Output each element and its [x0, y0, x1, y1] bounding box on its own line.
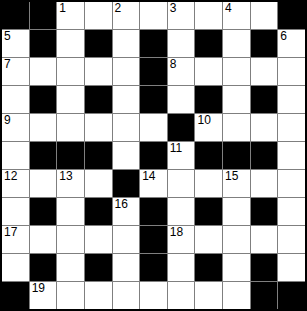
- black-cell: [168, 114, 195, 141]
- black-cell: [195, 142, 222, 169]
- black-cell: [195, 198, 222, 225]
- white-cell[interactable]: [140, 114, 167, 141]
- clue-number: 3: [170, 2, 177, 15]
- clue-number: 2: [115, 2, 122, 15]
- black-cell: [30, 30, 57, 57]
- white-cell[interactable]: [251, 2, 278, 29]
- clue-number: 10: [197, 114, 210, 127]
- white-cell[interactable]: 17: [2, 226, 29, 253]
- white-cell[interactable]: [85, 114, 112, 141]
- white-cell[interactable]: [278, 142, 305, 169]
- black-cell: [140, 254, 167, 281]
- white-cell[interactable]: [278, 226, 305, 253]
- white-cell[interactable]: 3: [168, 2, 195, 29]
- white-cell[interactable]: 11: [168, 142, 195, 169]
- black-cell: [251, 282, 278, 309]
- white-cell[interactable]: [168, 170, 195, 197]
- black-cell: [85, 142, 112, 169]
- white-cell[interactable]: [85, 282, 112, 309]
- white-cell[interactable]: [251, 170, 278, 197]
- white-cell[interactable]: [195, 2, 222, 29]
- white-cell[interactable]: [251, 58, 278, 85]
- clue-number: 7: [4, 58, 11, 71]
- clue-number: 5: [4, 30, 11, 43]
- white-cell[interactable]: [57, 86, 84, 113]
- clue-number: 1: [59, 2, 66, 15]
- white-cell[interactable]: [113, 30, 140, 57]
- white-cell[interactable]: [113, 282, 140, 309]
- clue-number: 13: [59, 170, 72, 183]
- clue-number: 12: [4, 170, 17, 183]
- clue-number: 14: [142, 170, 155, 183]
- white-cell[interactable]: 7: [2, 58, 29, 85]
- black-cell: [30, 254, 57, 281]
- white-cell[interactable]: [57, 114, 84, 141]
- white-cell[interactable]: [278, 254, 305, 281]
- white-cell[interactable]: [113, 114, 140, 141]
- black-cell: [85, 30, 112, 57]
- white-cell[interactable]: [85, 170, 112, 197]
- clue-number: 9: [4, 114, 11, 127]
- clue-number: 16: [115, 198, 128, 211]
- white-cell[interactable]: 5: [2, 30, 29, 57]
- white-cell[interactable]: [113, 142, 140, 169]
- black-cell: [85, 198, 112, 225]
- white-cell[interactable]: 4: [223, 2, 250, 29]
- white-cell[interactable]: [140, 2, 167, 29]
- white-cell[interactable]: [57, 30, 84, 57]
- black-cell: [2, 282, 29, 309]
- black-cell: [195, 86, 222, 113]
- black-cell: [278, 2, 305, 29]
- white-cell[interactable]: [168, 282, 195, 309]
- white-cell[interactable]: 10: [195, 114, 222, 141]
- black-cell: [113, 170, 140, 197]
- black-cell: [278, 282, 305, 309]
- white-cell[interactable]: [168, 86, 195, 113]
- white-cell[interactable]: 2: [113, 2, 140, 29]
- white-cell[interactable]: [30, 114, 57, 141]
- black-cell: [195, 254, 222, 281]
- white-cell[interactable]: [57, 254, 84, 281]
- white-cell[interactable]: [57, 282, 84, 309]
- white-cell[interactable]: [223, 198, 250, 225]
- black-cell: [251, 254, 278, 281]
- white-cell[interactable]: [223, 86, 250, 113]
- black-cell: [30, 2, 57, 29]
- white-cell[interactable]: [30, 226, 57, 253]
- white-cell[interactable]: 18: [168, 226, 195, 253]
- white-cell[interactable]: [30, 170, 57, 197]
- black-cell: [140, 142, 167, 169]
- white-cell[interactable]: [168, 30, 195, 57]
- black-cell: [223, 142, 250, 169]
- crossword-grid: 12345678910111213141516171819: [0, 0, 307, 311]
- white-cell[interactable]: [2, 142, 29, 169]
- white-cell[interactable]: 15: [223, 170, 250, 197]
- white-cell[interactable]: [195, 58, 222, 85]
- white-cell[interactable]: 14: [140, 170, 167, 197]
- white-cell[interactable]: [57, 226, 84, 253]
- clue-number: 19: [32, 282, 45, 295]
- white-cell[interactable]: [57, 198, 84, 225]
- white-cell[interactable]: [223, 226, 250, 253]
- black-cell: [30, 86, 57, 113]
- clue-number: 8: [170, 58, 177, 71]
- white-cell[interactable]: 19: [30, 282, 57, 309]
- white-cell[interactable]: [251, 226, 278, 253]
- black-cell: [251, 86, 278, 113]
- white-cell[interactable]: [223, 30, 250, 57]
- white-cell[interactable]: [223, 282, 250, 309]
- clue-number: 4: [225, 2, 232, 15]
- black-cell: [140, 30, 167, 57]
- black-cell: [57, 142, 84, 169]
- white-cell[interactable]: [85, 2, 112, 29]
- white-cell[interactable]: [2, 86, 29, 113]
- black-cell: [251, 142, 278, 169]
- white-cell[interactable]: [223, 58, 250, 85]
- white-cell[interactable]: [113, 226, 140, 253]
- white-cell[interactable]: [85, 226, 112, 253]
- black-cell: [140, 198, 167, 225]
- clue-number: 17: [4, 226, 17, 239]
- white-cell[interactable]: [223, 254, 250, 281]
- black-cell: [140, 58, 167, 85]
- white-cell[interactable]: 1: [57, 2, 84, 29]
- white-cell[interactable]: [113, 86, 140, 113]
- white-cell[interactable]: 6: [278, 30, 305, 57]
- white-cell[interactable]: 9: [2, 114, 29, 141]
- white-cell[interactable]: [140, 282, 167, 309]
- white-cell[interactable]: [168, 198, 195, 225]
- white-cell[interactable]: 8: [168, 58, 195, 85]
- white-cell[interactable]: [251, 114, 278, 141]
- white-cell[interactable]: [168, 254, 195, 281]
- clue-number: 6: [280, 30, 287, 43]
- white-cell[interactable]: [2, 254, 29, 281]
- white-cell[interactable]: [278, 86, 305, 113]
- black-cell: [251, 30, 278, 57]
- white-cell[interactable]: [85, 58, 112, 85]
- white-cell[interactable]: [113, 254, 140, 281]
- white-cell[interactable]: [195, 170, 222, 197]
- black-cell: [2, 2, 29, 29]
- white-cell[interactable]: [57, 58, 84, 85]
- black-cell: [195, 30, 222, 57]
- white-cell[interactable]: [278, 58, 305, 85]
- clue-number: 18: [170, 226, 183, 239]
- white-cell[interactable]: [278, 114, 305, 141]
- black-cell: [85, 254, 112, 281]
- white-cell[interactable]: [278, 198, 305, 225]
- black-cell: [140, 226, 167, 253]
- clue-number: 11: [170, 142, 182, 155]
- white-cell[interactable]: [223, 114, 250, 141]
- black-cell: [30, 142, 57, 169]
- black-cell: [85, 86, 112, 113]
- white-cell[interactable]: [2, 198, 29, 225]
- white-cell[interactable]: 12: [2, 170, 29, 197]
- white-cell[interactable]: 13: [57, 170, 84, 197]
- white-cell[interactable]: [278, 170, 305, 197]
- black-cell: [30, 198, 57, 225]
- white-cell[interactable]: [195, 282, 222, 309]
- white-cell[interactable]: 16: [113, 198, 140, 225]
- white-cell[interactable]: [113, 58, 140, 85]
- white-cell[interactable]: [30, 58, 57, 85]
- clue-number: 15: [225, 170, 238, 183]
- white-cell[interactable]: [195, 226, 222, 253]
- black-cell: [140, 86, 167, 113]
- black-cell: [251, 198, 278, 225]
